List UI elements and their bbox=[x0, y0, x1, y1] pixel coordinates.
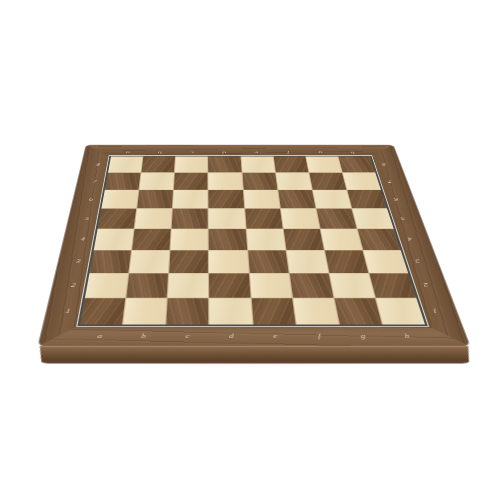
square-g2 bbox=[329, 273, 374, 297]
coordinate-label-f: f bbox=[272, 150, 305, 155]
board-frame: abcdefgh abcdefgh 87654321 87654321 bbox=[39, 145, 470, 346]
coordinate-label-a: a bbox=[111, 150, 144, 155]
square-f4 bbox=[283, 229, 323, 250]
board-field bbox=[80, 156, 425, 324]
square-g7 bbox=[309, 173, 346, 190]
square-b6 bbox=[137, 190, 173, 208]
square-g1 bbox=[334, 298, 381, 324]
square-a4 bbox=[94, 229, 134, 250]
coordinate-label-7: 7 bbox=[85, 173, 105, 190]
square-e4 bbox=[246, 229, 285, 250]
file-labels-bottom: abcdefgh bbox=[77, 329, 431, 343]
coordinate-label-b: b bbox=[121, 329, 166, 343]
coordinate-label-c: c bbox=[176, 150, 208, 155]
square-f1 bbox=[293, 298, 339, 324]
square-b2 bbox=[127, 273, 169, 297]
square-g5 bbox=[316, 209, 356, 228]
square-a8 bbox=[108, 156, 143, 172]
coordinate-label-h: h bbox=[383, 329, 431, 343]
square-b7 bbox=[139, 173, 174, 190]
square-e6 bbox=[243, 190, 279, 208]
coordinate-label-f: f bbox=[296, 329, 342, 343]
coordinate-label-a: a bbox=[77, 329, 123, 343]
square-c2 bbox=[168, 273, 208, 297]
square-g8 bbox=[306, 156, 342, 172]
square-d8 bbox=[208, 156, 241, 172]
square-h5 bbox=[352, 209, 393, 228]
square-d3 bbox=[209, 250, 248, 272]
product-photo-scene: abcdefgh abcdefgh 87654321 87654321 bbox=[0, 0, 500, 500]
coordinate-label-d: d bbox=[209, 329, 253, 343]
square-c8 bbox=[175, 156, 208, 172]
square-d6 bbox=[209, 190, 244, 208]
square-h4 bbox=[358, 229, 401, 250]
board-front-edge bbox=[36, 346, 475, 364]
chess-board: abcdefgh abcdefgh 87654321 87654321 bbox=[34, 145, 476, 363]
square-c5 bbox=[172, 209, 208, 228]
coordinate-label-6: 6 bbox=[81, 190, 101, 209]
square-e1 bbox=[251, 298, 295, 324]
square-h1 bbox=[376, 298, 425, 324]
square-e3 bbox=[248, 250, 289, 272]
square-e5 bbox=[245, 209, 283, 228]
coordinate-label-d: d bbox=[208, 150, 240, 155]
square-b1 bbox=[123, 298, 167, 324]
square-f2 bbox=[289, 273, 333, 297]
square-e7 bbox=[242, 173, 277, 190]
square-e8 bbox=[241, 156, 275, 172]
square-d4 bbox=[209, 229, 247, 250]
square-g4 bbox=[320, 229, 362, 250]
coordinate-label-e: e bbox=[253, 329, 298, 343]
square-g6 bbox=[313, 190, 352, 208]
coordinate-label-g: g bbox=[304, 150, 337, 155]
square-h6 bbox=[347, 190, 387, 208]
coordinate-label-g: g bbox=[340, 329, 387, 343]
square-c1 bbox=[167, 298, 209, 324]
square-a3 bbox=[90, 250, 132, 272]
square-h3 bbox=[363, 250, 408, 272]
square-f3 bbox=[286, 250, 328, 272]
square-b8 bbox=[142, 156, 176, 172]
square-f6 bbox=[278, 190, 315, 208]
square-d1 bbox=[210, 298, 252, 324]
square-h2 bbox=[369, 273, 416, 297]
coordinate-label-e: e bbox=[240, 150, 273, 155]
square-c4 bbox=[171, 229, 208, 250]
square-a2 bbox=[85, 273, 128, 297]
square-e2 bbox=[249, 273, 291, 297]
square-a5 bbox=[98, 209, 136, 228]
square-b4 bbox=[132, 229, 171, 250]
square-h8 bbox=[338, 156, 375, 172]
square-c3 bbox=[169, 250, 208, 272]
square-f8 bbox=[273, 156, 308, 172]
coordinate-label-b: b bbox=[143, 150, 176, 155]
coordinate-label-c: c bbox=[165, 329, 209, 343]
file-labels-top: abcdefgh bbox=[111, 150, 370, 155]
square-d5 bbox=[209, 209, 245, 228]
square-c6 bbox=[173, 190, 208, 208]
square-f7 bbox=[276, 173, 312, 190]
square-h7 bbox=[343, 173, 381, 190]
square-f5 bbox=[281, 209, 320, 228]
coordinate-label-8: 8 bbox=[89, 156, 108, 172]
square-a7 bbox=[105, 173, 141, 190]
square-d2 bbox=[209, 273, 250, 297]
square-a1 bbox=[80, 298, 125, 324]
square-c7 bbox=[174, 173, 208, 190]
square-a6 bbox=[101, 190, 138, 208]
square-d7 bbox=[209, 173, 243, 190]
square-b5 bbox=[135, 209, 172, 228]
square-g3 bbox=[325, 250, 368, 272]
square-b3 bbox=[130, 250, 170, 272]
coordinate-label-h: h bbox=[336, 150, 370, 155]
